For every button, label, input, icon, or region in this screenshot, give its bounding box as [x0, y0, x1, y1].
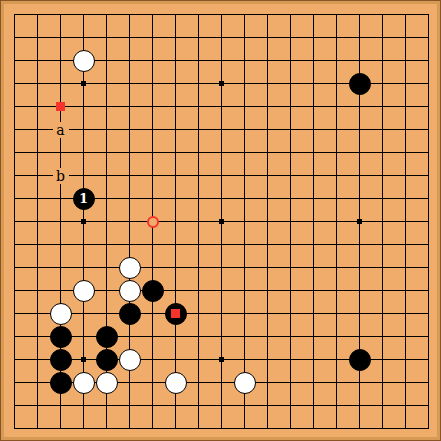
intersection	[49, 141, 72, 164]
intersection	[279, 233, 302, 256]
intersection	[26, 394, 49, 417]
intersection	[49, 49, 72, 72]
black-stone	[50, 372, 72, 394]
intersection	[256, 417, 279, 440]
intersection	[279, 210, 302, 233]
intersection	[118, 233, 141, 256]
intersection	[49, 394, 72, 417]
intersection	[164, 348, 187, 371]
intersection	[302, 187, 325, 210]
intersection	[279, 164, 302, 187]
intersection	[164, 118, 187, 141]
intersection	[371, 49, 394, 72]
intersection	[164, 72, 187, 95]
intersection	[371, 141, 394, 164]
intersection	[325, 95, 348, 118]
intersection	[72, 210, 95, 233]
intersection	[141, 187, 164, 210]
intersection	[371, 371, 394, 394]
intersection	[95, 164, 118, 187]
intersection	[371, 325, 394, 348]
intersection	[141, 49, 164, 72]
go-board: ab1	[0, 0, 441, 441]
intersection	[279, 279, 302, 302]
letter-label: a	[53, 122, 69, 138]
intersection	[279, 325, 302, 348]
intersection	[302, 210, 325, 233]
intersection	[3, 187, 26, 210]
intersection	[256, 371, 279, 394]
intersection	[394, 187, 417, 210]
black-stone	[119, 303, 141, 325]
intersection	[394, 348, 417, 371]
white-stone	[165, 372, 187, 394]
intersection	[210, 187, 233, 210]
intersection	[187, 302, 210, 325]
intersection	[3, 141, 26, 164]
white-stone	[73, 280, 95, 302]
intersection	[49, 233, 72, 256]
intersection	[279, 26, 302, 49]
intersection	[348, 118, 371, 141]
intersection	[95, 371, 118, 394]
intersection	[118, 279, 141, 302]
intersection	[417, 371, 440, 394]
intersection	[256, 141, 279, 164]
intersection	[348, 302, 371, 325]
intersection	[417, 26, 440, 49]
red-square-mark-on-stone	[171, 309, 180, 318]
intersection	[141, 233, 164, 256]
intersection	[394, 118, 417, 141]
intersection	[348, 49, 371, 72]
intersection	[164, 233, 187, 256]
intersection	[95, 325, 118, 348]
intersection	[279, 394, 302, 417]
intersection	[279, 187, 302, 210]
intersection	[325, 394, 348, 417]
intersection	[233, 141, 256, 164]
intersection	[95, 95, 118, 118]
intersection	[187, 118, 210, 141]
white-stone	[73, 372, 95, 394]
intersection	[279, 49, 302, 72]
intersection	[210, 72, 233, 95]
intersection	[348, 26, 371, 49]
intersection	[256, 279, 279, 302]
intersection	[417, 187, 440, 210]
intersection	[95, 233, 118, 256]
intersection	[302, 371, 325, 394]
intersection	[417, 141, 440, 164]
intersection	[164, 371, 187, 394]
intersection	[256, 348, 279, 371]
intersection	[348, 371, 371, 394]
intersection	[3, 233, 26, 256]
intersection	[141, 325, 164, 348]
intersection	[26, 279, 49, 302]
intersection	[49, 371, 72, 394]
intersection	[72, 348, 95, 371]
intersection	[72, 26, 95, 49]
intersection	[210, 279, 233, 302]
intersection	[26, 371, 49, 394]
intersection	[72, 325, 95, 348]
intersection	[279, 371, 302, 394]
intersection	[49, 256, 72, 279]
intersection	[118, 210, 141, 233]
intersection	[371, 26, 394, 49]
intersection	[141, 302, 164, 325]
intersection	[26, 141, 49, 164]
black-stone	[96, 326, 118, 348]
intersection	[49, 210, 72, 233]
intersection	[394, 141, 417, 164]
intersection	[233, 26, 256, 49]
intersection	[49, 417, 72, 440]
intersection	[371, 187, 394, 210]
intersection: b	[49, 164, 72, 187]
intersection	[118, 348, 141, 371]
intersection	[141, 279, 164, 302]
intersection	[302, 417, 325, 440]
intersection	[417, 279, 440, 302]
intersection	[233, 118, 256, 141]
intersection	[118, 141, 141, 164]
black-stone	[50, 349, 72, 371]
intersection	[3, 118, 26, 141]
intersection	[26, 417, 49, 440]
black-stone	[349, 349, 371, 371]
intersection	[141, 417, 164, 440]
intersection	[164, 256, 187, 279]
intersection	[256, 256, 279, 279]
intersection	[26, 302, 49, 325]
intersection	[26, 95, 49, 118]
intersection: 1	[72, 187, 95, 210]
black-stone	[142, 280, 164, 302]
intersection	[95, 417, 118, 440]
intersection	[394, 164, 417, 187]
intersection	[95, 141, 118, 164]
intersection	[302, 141, 325, 164]
intersection	[371, 302, 394, 325]
black-stone	[96, 349, 118, 371]
intersection	[256, 164, 279, 187]
intersection	[95, 210, 118, 233]
intersection	[118, 325, 141, 348]
intersection	[187, 26, 210, 49]
star-point	[81, 219, 86, 224]
intersection	[348, 417, 371, 440]
intersection	[26, 210, 49, 233]
intersection	[26, 3, 49, 26]
intersection	[49, 348, 72, 371]
intersection	[95, 302, 118, 325]
intersection	[187, 72, 210, 95]
intersection	[141, 141, 164, 164]
intersection	[164, 141, 187, 164]
intersection	[141, 26, 164, 49]
intersection	[233, 371, 256, 394]
intersection	[49, 72, 72, 95]
intersection	[72, 72, 95, 95]
intersection	[348, 141, 371, 164]
intersection: a	[49, 118, 72, 141]
intersection	[325, 141, 348, 164]
intersection	[49, 279, 72, 302]
intersection	[417, 3, 440, 26]
white-stone	[50, 303, 72, 325]
intersection	[26, 348, 49, 371]
intersection	[371, 417, 394, 440]
intersection	[141, 95, 164, 118]
intersection	[417, 49, 440, 72]
intersection	[118, 3, 141, 26]
intersection	[72, 95, 95, 118]
intersection	[3, 348, 26, 371]
intersection	[187, 325, 210, 348]
intersection	[3, 417, 26, 440]
intersection	[187, 187, 210, 210]
intersection	[233, 210, 256, 233]
intersection	[394, 325, 417, 348]
intersection	[233, 348, 256, 371]
intersection	[417, 394, 440, 417]
intersection	[302, 95, 325, 118]
intersection	[118, 26, 141, 49]
intersection	[95, 3, 118, 26]
intersection	[187, 233, 210, 256]
intersection	[118, 72, 141, 95]
intersection	[187, 348, 210, 371]
intersection	[325, 371, 348, 394]
intersection	[394, 26, 417, 49]
intersection	[302, 256, 325, 279]
intersection	[187, 394, 210, 417]
intersection	[95, 118, 118, 141]
black-stone	[349, 73, 371, 95]
intersection	[210, 394, 233, 417]
black-stone	[165, 303, 187, 325]
intersection	[164, 26, 187, 49]
intersection	[3, 394, 26, 417]
intersection	[348, 394, 371, 417]
intersection	[394, 233, 417, 256]
intersection	[210, 3, 233, 26]
white-stone	[119, 280, 141, 302]
intersection	[325, 417, 348, 440]
intersection	[26, 49, 49, 72]
intersection	[348, 348, 371, 371]
intersection	[394, 3, 417, 26]
intersection	[256, 187, 279, 210]
intersection	[302, 3, 325, 26]
intersection	[394, 72, 417, 95]
intersection	[325, 164, 348, 187]
intersection	[279, 417, 302, 440]
intersection	[187, 164, 210, 187]
intersection	[302, 325, 325, 348]
intersection	[325, 3, 348, 26]
intersection	[348, 95, 371, 118]
intersection	[164, 302, 187, 325]
intersection	[348, 210, 371, 233]
intersection	[394, 279, 417, 302]
intersection	[279, 3, 302, 26]
intersection	[417, 233, 440, 256]
intersection	[141, 371, 164, 394]
intersection	[417, 325, 440, 348]
intersection	[371, 95, 394, 118]
intersection	[72, 417, 95, 440]
intersection	[348, 325, 371, 348]
intersection	[210, 118, 233, 141]
intersection	[164, 164, 187, 187]
intersection	[72, 394, 95, 417]
intersection	[210, 302, 233, 325]
intersection	[187, 95, 210, 118]
intersection	[3, 72, 26, 95]
intersection	[279, 141, 302, 164]
intersection	[325, 26, 348, 49]
intersection	[49, 3, 72, 26]
intersection	[95, 49, 118, 72]
intersection	[325, 256, 348, 279]
intersection	[118, 394, 141, 417]
intersection	[187, 3, 210, 26]
intersection	[302, 49, 325, 72]
intersection	[371, 118, 394, 141]
intersection	[187, 279, 210, 302]
intersection	[325, 325, 348, 348]
star-point	[219, 357, 224, 362]
intersection	[210, 164, 233, 187]
intersection	[417, 417, 440, 440]
intersection	[417, 256, 440, 279]
intersection	[348, 279, 371, 302]
intersection	[233, 164, 256, 187]
intersection	[325, 348, 348, 371]
intersection	[26, 72, 49, 95]
intersection	[141, 164, 164, 187]
intersection	[279, 118, 302, 141]
intersection	[417, 118, 440, 141]
intersection	[141, 3, 164, 26]
intersection	[233, 3, 256, 26]
intersection	[302, 164, 325, 187]
intersection	[210, 141, 233, 164]
intersection	[394, 417, 417, 440]
intersection	[325, 187, 348, 210]
intersection	[72, 118, 95, 141]
intersection	[3, 210, 26, 233]
intersection	[371, 233, 394, 256]
intersection	[118, 302, 141, 325]
intersection	[256, 95, 279, 118]
intersection	[118, 118, 141, 141]
intersection	[302, 279, 325, 302]
intersection	[417, 72, 440, 95]
intersection	[394, 256, 417, 279]
intersection	[256, 3, 279, 26]
intersection	[3, 3, 26, 26]
intersection	[302, 394, 325, 417]
intersection	[95, 26, 118, 49]
intersection	[49, 26, 72, 49]
intersection	[72, 279, 95, 302]
white-stone	[96, 372, 118, 394]
intersection	[371, 3, 394, 26]
intersection	[3, 164, 26, 187]
intersection	[164, 49, 187, 72]
intersection	[72, 164, 95, 187]
intersection	[256, 118, 279, 141]
intersection	[187, 210, 210, 233]
intersection	[348, 256, 371, 279]
intersection	[256, 72, 279, 95]
intersection	[72, 49, 95, 72]
intersection	[3, 371, 26, 394]
star-point	[219, 81, 224, 86]
intersection	[210, 210, 233, 233]
intersection	[26, 164, 49, 187]
intersection	[256, 325, 279, 348]
intersection	[394, 95, 417, 118]
intersection	[210, 95, 233, 118]
intersection	[3, 302, 26, 325]
intersection	[95, 279, 118, 302]
letter-label: b	[53, 168, 69, 184]
intersection	[348, 164, 371, 187]
intersection	[233, 279, 256, 302]
intersection	[187, 371, 210, 394]
intersection	[141, 256, 164, 279]
intersection	[394, 302, 417, 325]
intersection	[348, 3, 371, 26]
intersection	[26, 118, 49, 141]
intersection	[141, 118, 164, 141]
intersection	[233, 302, 256, 325]
intersection	[279, 256, 302, 279]
intersection	[118, 49, 141, 72]
intersection	[279, 72, 302, 95]
intersection	[371, 256, 394, 279]
intersection	[72, 141, 95, 164]
intersection	[371, 72, 394, 95]
intersection	[187, 256, 210, 279]
intersection	[233, 49, 256, 72]
intersection	[210, 348, 233, 371]
intersection	[210, 49, 233, 72]
intersection	[302, 302, 325, 325]
intersection	[233, 233, 256, 256]
intersection	[233, 394, 256, 417]
intersection	[325, 233, 348, 256]
intersection	[233, 325, 256, 348]
intersection	[325, 210, 348, 233]
intersection	[49, 325, 72, 348]
intersection	[95, 394, 118, 417]
intersection	[164, 417, 187, 440]
black-stone: 1	[73, 188, 95, 210]
intersection	[118, 164, 141, 187]
intersection	[26, 325, 49, 348]
intersection	[371, 394, 394, 417]
intersection	[3, 256, 26, 279]
intersection	[26, 26, 49, 49]
intersection	[371, 279, 394, 302]
